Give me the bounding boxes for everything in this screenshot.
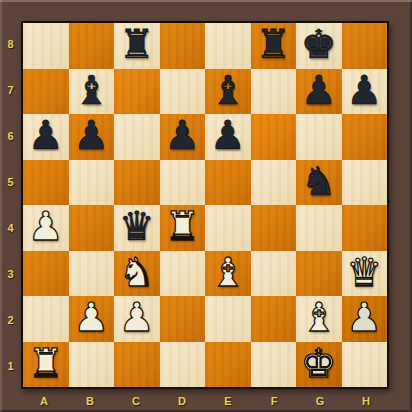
white-queen-h3-piece[interactable]: ♛ bbox=[346, 252, 382, 292]
file-label-d: D bbox=[159, 389, 205, 412]
white-pawn-h2-piece[interactable]: ♟ bbox=[346, 297, 382, 337]
square-a1[interactable]: ♜ bbox=[23, 342, 69, 388]
square-d7[interactable] bbox=[160, 69, 206, 115]
rank-label-1: 1 bbox=[0, 343, 21, 389]
file-label-c: C bbox=[113, 389, 159, 412]
rank-label-4: 4 bbox=[0, 205, 21, 251]
square-f7[interactable] bbox=[251, 69, 297, 115]
white-king-g1-piece[interactable]: ♚ bbox=[301, 343, 337, 383]
square-e4[interactable] bbox=[205, 205, 251, 251]
black-king-g8-piece[interactable]: ♚ bbox=[301, 24, 337, 64]
file-label-f: F bbox=[251, 389, 297, 412]
square-a6[interactable]: ♟ bbox=[23, 114, 69, 160]
square-d3[interactable] bbox=[160, 251, 206, 297]
square-c2[interactable]: ♟ bbox=[114, 296, 160, 342]
square-b1[interactable] bbox=[69, 342, 115, 388]
square-f2[interactable] bbox=[251, 296, 297, 342]
black-bishop-e7-piece[interactable]: ♝ bbox=[210, 70, 246, 110]
square-e6[interactable]: ♟ bbox=[205, 114, 251, 160]
board-squares: ♜♜♚♝♝♟♟♟♟♟♟♞♟♛♜♞♝♛♟♟♝♟♜♚ bbox=[23, 23, 387, 387]
square-f4[interactable] bbox=[251, 205, 297, 251]
file-label-a: A bbox=[21, 389, 67, 412]
square-g4[interactable] bbox=[296, 205, 342, 251]
black-bishop-b7-piece[interactable]: ♝ bbox=[73, 70, 109, 110]
square-e1[interactable] bbox=[205, 342, 251, 388]
square-c6[interactable] bbox=[114, 114, 160, 160]
rank-label-3: 3 bbox=[0, 251, 21, 297]
square-a2[interactable] bbox=[23, 296, 69, 342]
square-c8[interactable]: ♜ bbox=[114, 23, 160, 69]
white-knight-c3-piece[interactable]: ♞ bbox=[119, 252, 155, 292]
square-h2[interactable]: ♟ bbox=[342, 296, 388, 342]
square-d1[interactable] bbox=[160, 342, 206, 388]
square-d6[interactable]: ♟ bbox=[160, 114, 206, 160]
rank-label-7: 7 bbox=[0, 67, 21, 113]
black-pawn-g7-piece[interactable]: ♟ bbox=[301, 70, 337, 110]
chess-board: ♜♜♚♝♝♟♟♟♟♟♟♞♟♛♜♞♝♛♟♟♝♟♜♚ bbox=[21, 21, 389, 389]
white-rook-d4-piece[interactable]: ♜ bbox=[164, 206, 200, 246]
square-a5[interactable] bbox=[23, 160, 69, 206]
square-b2[interactable]: ♟ bbox=[69, 296, 115, 342]
square-f8[interactable]: ♜ bbox=[251, 23, 297, 69]
black-pawn-e6-piece[interactable]: ♟ bbox=[210, 115, 246, 155]
rank-label-2: 2 bbox=[0, 297, 21, 343]
white-pawn-c2-piece[interactable]: ♟ bbox=[119, 297, 155, 337]
square-h8[interactable] bbox=[342, 23, 388, 69]
square-c4[interactable]: ♛ bbox=[114, 205, 160, 251]
square-c1[interactable] bbox=[114, 342, 160, 388]
square-g6[interactable] bbox=[296, 114, 342, 160]
square-d4[interactable]: ♜ bbox=[160, 205, 206, 251]
square-b3[interactable] bbox=[69, 251, 115, 297]
square-a4[interactable]: ♟ bbox=[23, 205, 69, 251]
square-e5[interactable] bbox=[205, 160, 251, 206]
white-bishop-g2-piece[interactable]: ♝ bbox=[301, 297, 337, 337]
black-pawn-a6-piece[interactable]: ♟ bbox=[28, 115, 64, 155]
square-d8[interactable] bbox=[160, 23, 206, 69]
square-d2[interactable] bbox=[160, 296, 206, 342]
black-pawn-h7-piece[interactable]: ♟ bbox=[346, 70, 382, 110]
square-a7[interactable] bbox=[23, 69, 69, 115]
square-h6[interactable] bbox=[342, 114, 388, 160]
square-h5[interactable] bbox=[342, 160, 388, 206]
black-rook-c8-piece[interactable]: ♜ bbox=[119, 24, 155, 64]
rank-label-8: 8 bbox=[0, 21, 21, 67]
file-label-h: H bbox=[343, 389, 389, 412]
square-f5[interactable] bbox=[251, 160, 297, 206]
square-e3[interactable]: ♝ bbox=[205, 251, 251, 297]
wooden-frame: 87654321 ABCDEFGH ♜♜♚♝♝♟♟♟♟♟♟♞♟♛♜♞♝♛♟♟♝♟… bbox=[0, 0, 412, 412]
black-pawn-d6-piece[interactable]: ♟ bbox=[164, 115, 200, 155]
white-pawn-b2-piece[interactable]: ♟ bbox=[73, 297, 109, 337]
file-label-e: E bbox=[205, 389, 251, 412]
square-e7[interactable]: ♝ bbox=[205, 69, 251, 115]
black-queen-c4-piece[interactable]: ♛ bbox=[119, 206, 155, 246]
square-a3[interactable] bbox=[23, 251, 69, 297]
square-b8[interactable] bbox=[69, 23, 115, 69]
square-g2[interactable]: ♝ bbox=[296, 296, 342, 342]
file-label-b: B bbox=[67, 389, 113, 412]
square-c5[interactable] bbox=[114, 160, 160, 206]
square-e2[interactable] bbox=[205, 296, 251, 342]
square-c3[interactable]: ♞ bbox=[114, 251, 160, 297]
black-pawn-b6-piece[interactable]: ♟ bbox=[73, 115, 109, 155]
square-f1[interactable] bbox=[251, 342, 297, 388]
white-pawn-a4-piece[interactable]: ♟ bbox=[28, 206, 64, 246]
square-g3[interactable] bbox=[296, 251, 342, 297]
rank-label-5: 5 bbox=[0, 159, 21, 205]
square-b7[interactable]: ♝ bbox=[69, 69, 115, 115]
square-g1[interactable]: ♚ bbox=[296, 342, 342, 388]
square-h7[interactable]: ♟ bbox=[342, 69, 388, 115]
square-h3[interactable]: ♛ bbox=[342, 251, 388, 297]
square-f3[interactable] bbox=[251, 251, 297, 297]
square-h1[interactable] bbox=[342, 342, 388, 388]
square-g5[interactable]: ♞ bbox=[296, 160, 342, 206]
square-a8[interactable] bbox=[23, 23, 69, 69]
square-b4[interactable] bbox=[69, 205, 115, 251]
rank-label-6: 6 bbox=[0, 113, 21, 159]
square-d5[interactable] bbox=[160, 160, 206, 206]
file-label-g: G bbox=[297, 389, 343, 412]
square-b5[interactable] bbox=[69, 160, 115, 206]
white-rook-a1-piece[interactable]: ♜ bbox=[28, 343, 64, 383]
square-f6[interactable] bbox=[251, 114, 297, 160]
file-labels: ABCDEFGH bbox=[21, 389, 389, 412]
square-c7[interactable] bbox=[114, 69, 160, 115]
black-rook-f8-piece[interactable]: ♜ bbox=[255, 24, 291, 64]
square-e8[interactable] bbox=[205, 23, 251, 69]
square-g7[interactable]: ♟ bbox=[296, 69, 342, 115]
black-knight-g5-piece[interactable]: ♞ bbox=[301, 161, 337, 201]
white-bishop-e3-piece[interactable]: ♝ bbox=[210, 252, 246, 292]
square-b6[interactable]: ♟ bbox=[69, 114, 115, 160]
square-h4[interactable] bbox=[342, 205, 388, 251]
square-g8[interactable]: ♚ bbox=[296, 23, 342, 69]
rank-labels: 87654321 bbox=[0, 21, 21, 389]
